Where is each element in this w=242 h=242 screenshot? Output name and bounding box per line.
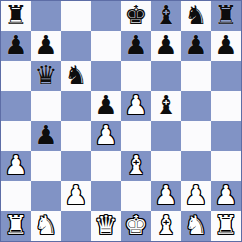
square-b2[interactable] [31,181,61,211]
square-d7[interactable] [91,31,121,61]
square-h2[interactable]: ♟ [211,181,241,211]
square-c8[interactable] [61,1,91,31]
square-b8[interactable] [31,1,61,31]
square-d5[interactable]: ♟ [91,91,121,121]
piece-white-rook[interactable]: ♜ [214,212,237,238]
square-e8[interactable]: ♚ [121,1,151,31]
piece-white-bishop[interactable]: ♝ [124,152,147,178]
square-f3[interactable] [151,151,181,181]
piece-white-knight[interactable]: ♞ [34,212,57,238]
square-e3[interactable]: ♝ [121,151,151,181]
piece-black-pawn[interactable]: ♟ [184,32,207,58]
piece-white-pawn[interactable]: ♟ [124,92,147,118]
square-f8[interactable]: ♝ [151,1,181,31]
square-c2[interactable]: ♟ [61,181,91,211]
square-b1[interactable]: ♞ [31,211,61,241]
square-d3[interactable] [91,151,121,181]
chess-board: ♜♚♝♞♜♟♟♟♟♟♟♛♞♟♟♝♟♟♟♝♟♟♟♟♜♞♛♚♝♞♜ [0,0,242,242]
square-h3[interactable] [211,151,241,181]
square-a7[interactable]: ♟ [1,31,31,61]
square-f6[interactable] [151,61,181,91]
square-f5[interactable]: ♝ [151,91,181,121]
square-e5[interactable]: ♟ [121,91,151,121]
square-g2[interactable]: ♟ [181,181,211,211]
square-c6[interactable]: ♞ [61,61,91,91]
piece-white-knight[interactable]: ♞ [184,212,207,238]
square-h5[interactable] [211,91,241,121]
square-g8[interactable]: ♞ [181,1,211,31]
square-a1[interactable]: ♜ [1,211,31,241]
square-h4[interactable] [211,121,241,151]
square-h7[interactable]: ♟ [211,31,241,61]
piece-white-pawn[interactable]: ♟ [214,182,237,208]
square-d8[interactable] [91,1,121,31]
piece-black-pawn[interactable]: ♟ [154,32,177,58]
square-f1[interactable]: ♝ [151,211,181,241]
square-f4[interactable] [151,121,181,151]
piece-black-queen[interactable]: ♛ [34,62,57,88]
piece-black-rook[interactable]: ♜ [4,2,27,28]
square-c5[interactable] [61,91,91,121]
square-g1[interactable]: ♞ [181,211,211,241]
piece-black-bishop[interactable]: ♝ [154,2,177,28]
square-e1[interactable]: ♚ [121,211,151,241]
piece-black-pawn[interactable]: ♟ [34,122,57,148]
piece-black-knight[interactable]: ♞ [64,62,87,88]
piece-black-bishop[interactable]: ♝ [154,92,177,118]
square-g3[interactable] [181,151,211,181]
piece-black-pawn[interactable]: ♟ [34,32,57,58]
square-b5[interactable] [31,91,61,121]
piece-black-rook[interactable]: ♜ [214,2,237,28]
piece-black-pawn[interactable]: ♟ [124,32,147,58]
piece-white-queen[interactable]: ♛ [94,212,117,238]
piece-white-rook[interactable]: ♜ [4,212,27,238]
square-c1[interactable] [61,211,91,241]
square-a6[interactable] [1,61,31,91]
square-b6[interactable]: ♛ [31,61,61,91]
square-b3[interactable] [31,151,61,181]
square-d4[interactable]: ♟ [91,121,121,151]
square-e7[interactable]: ♟ [121,31,151,61]
square-f7[interactable]: ♟ [151,31,181,61]
square-a4[interactable] [1,121,31,151]
square-a5[interactable] [1,91,31,121]
piece-black-pawn[interactable]: ♟ [214,32,237,58]
square-h1[interactable]: ♜ [211,211,241,241]
square-g5[interactable] [181,91,211,121]
square-b7[interactable]: ♟ [31,31,61,61]
square-e4[interactable] [121,121,151,151]
square-d1[interactable]: ♛ [91,211,121,241]
piece-white-pawn[interactable]: ♟ [94,122,117,148]
square-g4[interactable] [181,121,211,151]
square-d6[interactable] [91,61,121,91]
piece-white-pawn[interactable]: ♟ [154,182,177,208]
piece-white-bishop[interactable]: ♝ [154,212,177,238]
piece-black-pawn[interactable]: ♟ [94,92,117,118]
square-c4[interactable] [61,121,91,151]
piece-white-pawn[interactable]: ♟ [64,182,87,208]
square-b4[interactable]: ♟ [31,121,61,151]
square-a2[interactable] [1,181,31,211]
square-h8[interactable]: ♜ [211,1,241,31]
square-c3[interactable] [61,151,91,181]
square-c7[interactable] [61,31,91,61]
square-e6[interactable] [121,61,151,91]
piece-white-king[interactable]: ♚ [124,212,147,238]
piece-black-king[interactable]: ♚ [124,2,147,28]
square-e2[interactable] [121,181,151,211]
piece-white-pawn[interactable]: ♟ [4,152,27,178]
square-g7[interactable]: ♟ [181,31,211,61]
square-g6[interactable] [181,61,211,91]
piece-white-pawn[interactable]: ♟ [184,182,207,208]
piece-black-pawn[interactable]: ♟ [4,32,27,58]
square-f2[interactable]: ♟ [151,181,181,211]
square-a3[interactable]: ♟ [1,151,31,181]
square-a8[interactable]: ♜ [1,1,31,31]
square-d2[interactable] [91,181,121,211]
piece-black-knight[interactable]: ♞ [184,2,207,28]
square-h6[interactable] [211,61,241,91]
